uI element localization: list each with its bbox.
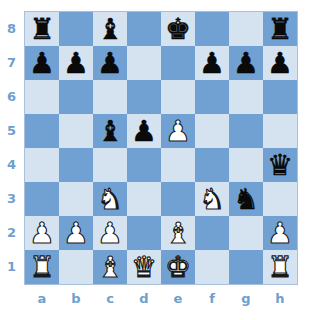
square-a6[interactable] xyxy=(25,80,59,114)
square-b3[interactable] xyxy=(59,182,93,216)
square-f8[interactable] xyxy=(195,12,229,46)
white-king[interactable]: ♚ xyxy=(165,250,191,284)
black-pawn[interactable]: ♟ xyxy=(63,46,89,80)
white-rook[interactable]: ♜ xyxy=(267,250,293,284)
square-a1[interactable]: ♜ xyxy=(25,250,59,284)
square-b8[interactable] xyxy=(59,12,93,46)
square-e4[interactable] xyxy=(161,148,195,182)
square-c4[interactable] xyxy=(93,148,127,182)
square-a2[interactable]: ♟ xyxy=(25,216,59,250)
square-h7[interactable]: ♟ xyxy=(263,46,297,80)
rank-label-6: 6 xyxy=(0,80,23,114)
rank-coordinates: 87654321 xyxy=(0,12,23,284)
file-coordinates: abcdefgh xyxy=(25,288,297,310)
square-g5[interactable] xyxy=(229,114,263,148)
square-g8[interactable] xyxy=(229,12,263,46)
white-pawn[interactable]: ♟ xyxy=(97,216,123,250)
square-d1[interactable]: ♛ xyxy=(127,250,161,284)
white-pawn[interactable]: ♟ xyxy=(29,216,55,250)
square-f3[interactable]: ♞ xyxy=(195,182,229,216)
black-pawn[interactable]: ♟ xyxy=(29,46,55,80)
rank-label-3: 3 xyxy=(0,182,23,216)
black-rook[interactable]: ♜ xyxy=(267,12,293,46)
square-c6[interactable] xyxy=(93,80,127,114)
file-label-a: a xyxy=(25,288,59,310)
rank-label-8: 8 xyxy=(0,12,23,46)
file-label-c: c xyxy=(93,288,127,310)
square-g2[interactable] xyxy=(229,216,263,250)
square-g6[interactable] xyxy=(229,80,263,114)
square-f4[interactable] xyxy=(195,148,229,182)
square-b1[interactable] xyxy=(59,250,93,284)
square-b7[interactable]: ♟ xyxy=(59,46,93,80)
square-h5[interactable] xyxy=(263,114,297,148)
black-pawn[interactable]: ♟ xyxy=(97,46,123,80)
square-c3[interactable]: ♞ xyxy=(93,182,127,216)
square-c5[interactable]: ♝ xyxy=(93,114,127,148)
square-f5[interactable] xyxy=(195,114,229,148)
square-a5[interactable] xyxy=(25,114,59,148)
black-rook[interactable]: ♜ xyxy=(29,12,55,46)
square-h1[interactable]: ♜ xyxy=(263,250,297,284)
square-b5[interactable] xyxy=(59,114,93,148)
square-e5[interactable]: ♟ xyxy=(161,114,195,148)
square-a4[interactable] xyxy=(25,148,59,182)
square-a7[interactable]: ♟ xyxy=(25,46,59,80)
square-d8[interactable] xyxy=(127,12,161,46)
white-queen[interactable]: ♛ xyxy=(131,250,157,284)
rank-label-7: 7 xyxy=(0,46,23,80)
square-h2[interactable]: ♟ xyxy=(263,216,297,250)
square-c7[interactable]: ♟ xyxy=(93,46,127,80)
square-f7[interactable]: ♟ xyxy=(195,46,229,80)
square-c8[interactable]: ♝ xyxy=(93,12,127,46)
square-d6[interactable] xyxy=(127,80,161,114)
square-e1[interactable]: ♚ xyxy=(161,250,195,284)
square-f2[interactable] xyxy=(195,216,229,250)
white-knight[interactable]: ♞ xyxy=(97,182,123,216)
square-c1[interactable]: ♝ xyxy=(93,250,127,284)
square-g7[interactable]: ♟ xyxy=(229,46,263,80)
square-c2[interactable]: ♟ xyxy=(93,216,127,250)
square-h6[interactable] xyxy=(263,80,297,114)
square-e2[interactable]: ♝ xyxy=(161,216,195,250)
square-b4[interactable] xyxy=(59,148,93,182)
file-label-g: g xyxy=(229,288,263,310)
file-label-d: d xyxy=(127,288,161,310)
square-f6[interactable] xyxy=(195,80,229,114)
white-bishop[interactable]: ♝ xyxy=(97,250,123,284)
square-a3[interactable] xyxy=(25,182,59,216)
white-knight[interactable]: ♞ xyxy=(199,182,225,216)
black-bishop[interactable]: ♝ xyxy=(97,12,123,46)
file-label-h: h xyxy=(263,288,297,310)
black-bishop[interactable]: ♝ xyxy=(97,114,123,148)
rank-label-5: 5 xyxy=(0,114,23,148)
white-pawn[interactable]: ♟ xyxy=(165,114,191,148)
square-e3[interactable] xyxy=(161,182,195,216)
white-pawn[interactable]: ♟ xyxy=(63,216,89,250)
black-pawn[interactable]: ♟ xyxy=(131,114,157,148)
rank-label-2: 2 xyxy=(0,216,23,250)
square-e6[interactable] xyxy=(161,80,195,114)
white-bishop[interactable]: ♝ xyxy=(165,216,191,250)
square-f1[interactable] xyxy=(195,250,229,284)
square-d4[interactable] xyxy=(127,148,161,182)
chess-diagram: 87654321 ♜♝♚♜♟♟♟♟♟♟♝♟♟♛♞♞♞♟♟♟♝♟♜♝♛♚♜ abc… xyxy=(0,0,320,320)
square-b6[interactable] xyxy=(59,80,93,114)
black-queen[interactable]: ♛ xyxy=(267,148,293,182)
square-e7[interactable] xyxy=(161,46,195,80)
square-g3[interactable]: ♞ xyxy=(229,182,263,216)
black-king[interactable]: ♚ xyxy=(165,12,191,46)
rank-label-4: 4 xyxy=(0,148,23,182)
black-pawn[interactable]: ♟ xyxy=(233,46,259,80)
square-b2[interactable]: ♟ xyxy=(59,216,93,250)
file-label-f: f xyxy=(195,288,229,310)
square-d2[interactable] xyxy=(127,216,161,250)
white-rook[interactable]: ♜ xyxy=(29,250,55,284)
square-h4[interactable]: ♛ xyxy=(263,148,297,182)
square-d3[interactable] xyxy=(127,182,161,216)
file-label-b: b xyxy=(59,288,93,310)
black-knight[interactable]: ♞ xyxy=(233,182,259,216)
square-d7[interactable] xyxy=(127,46,161,80)
square-a8[interactable]: ♜ xyxy=(25,12,59,46)
black-pawn[interactable]: ♟ xyxy=(267,46,293,80)
square-h3[interactable] xyxy=(263,182,297,216)
file-label-e: e xyxy=(161,288,195,310)
square-d5[interactable]: ♟ xyxy=(127,114,161,148)
square-e8[interactable]: ♚ xyxy=(161,12,195,46)
rank-label-1: 1 xyxy=(0,250,23,284)
black-pawn[interactable]: ♟ xyxy=(199,46,225,80)
chess-board: ♜♝♚♜♟♟♟♟♟♟♝♟♟♛♞♞♞♟♟♟♝♟♜♝♛♚♜ xyxy=(25,12,297,284)
square-g1[interactable] xyxy=(229,250,263,284)
square-h8[interactable]: ♜ xyxy=(263,12,297,46)
white-pawn[interactable]: ♟ xyxy=(267,216,293,250)
square-g4[interactable] xyxy=(229,148,263,182)
